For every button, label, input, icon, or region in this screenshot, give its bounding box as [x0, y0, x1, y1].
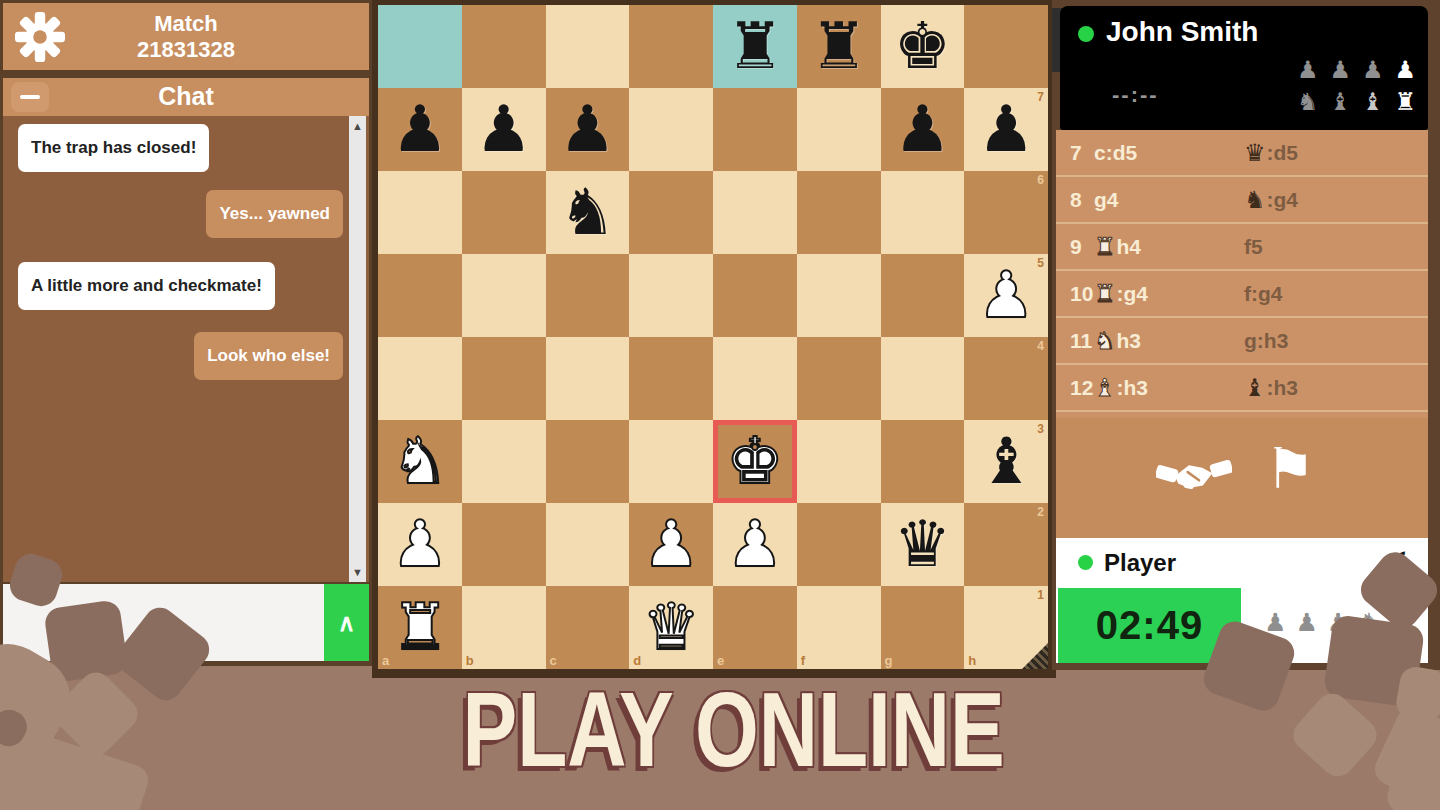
move-black: g:h3	[1244, 329, 1288, 353]
square-b8[interactable]	[462, 5, 546, 88]
move-piece-icon: ♞	[1244, 186, 1266, 214]
square-b5[interactable]	[462, 254, 546, 337]
opponent-captured-pieces-row1: ♟♟♟♟	[1297, 58, 1416, 82]
rank-label-6: 6	[1037, 173, 1044, 187]
piece-white-n[interactable]: ♞	[391, 420, 448, 503]
move-piece-icon: ♜	[1094, 233, 1116, 261]
move-piece-icon: ♝	[1244, 374, 1266, 402]
square-d4[interactable]	[629, 337, 713, 420]
move-number: 8	[1056, 188, 1094, 212]
square-b2[interactable]	[462, 503, 546, 586]
file-label-h: h	[968, 653, 976, 668]
move-black: ♛:d5	[1244, 139, 1298, 167]
square-e7[interactable]	[713, 88, 797, 171]
file-label-c: c	[550, 653, 557, 668]
square-h5[interactable]: ♟5	[964, 254, 1048, 337]
piece-white-p[interactable]: ♟	[642, 503, 699, 586]
piece-white-k[interactable]: ♚	[726, 420, 783, 503]
file-label-f: f	[801, 653, 805, 668]
captured-piece-icon: ♜	[1394, 90, 1416, 114]
piece-black-p[interactable]: ♟	[391, 88, 448, 171]
move-piece-icon: ♝	[1094, 374, 1116, 402]
square-h1[interactable]: 1h	[964, 586, 1048, 669]
square-a3[interactable]: ♞	[378, 420, 462, 503]
square-f1[interactable]: f	[797, 586, 881, 669]
rank-label-7: 7	[1037, 90, 1044, 104]
piece-black-k[interactable]: ♚	[894, 5, 951, 88]
square-d5[interactable]	[629, 254, 713, 337]
piece-black-p[interactable]: ♟	[475, 88, 532, 171]
move-white: ♞h3	[1094, 327, 1244, 355]
square-b7[interactable]: ♟	[462, 88, 546, 171]
piece-black-p[interactable]: ♟	[559, 88, 616, 171]
move-row-7[interactable]: 7c:d5♛:d5	[1056, 130, 1428, 177]
square-a5[interactable]	[378, 254, 462, 337]
square-h6[interactable]: 6	[964, 171, 1048, 254]
square-h7[interactable]: ♟7	[964, 88, 1048, 171]
piece-black-p[interactable]: ♟	[977, 88, 1034, 171]
piece-black-p[interactable]: ♟	[894, 88, 951, 171]
match-bar: Match 21831328	[3, 3, 369, 70]
move-black: f:g4	[1244, 282, 1283, 306]
square-d2[interactable]: ♟	[629, 503, 713, 586]
square-f2[interactable]	[797, 503, 881, 586]
chat-message: A little more and checkmate!	[18, 262, 275, 310]
player-online-dot	[1078, 555, 1093, 570]
rank-label-1: 1	[1037, 588, 1044, 602]
square-c3[interactable]	[546, 420, 630, 503]
square-a7[interactable]: ♟	[378, 88, 462, 171]
square-a2[interactable]: ♟	[378, 503, 462, 586]
chat-message: Look who else!	[194, 332, 343, 380]
player-name: Player	[1104, 549, 1176, 577]
piece-black-n[interactable]: ♞	[559, 171, 616, 254]
chat-message: The trap has closed!	[18, 124, 209, 172]
square-d1[interactable]: ♛d	[629, 586, 713, 669]
chat-message: Yes... yawned	[206, 190, 343, 238]
square-d8[interactable]	[629, 5, 713, 88]
file-label-d: d	[633, 653, 641, 668]
move-black: ♞:g4	[1244, 186, 1298, 214]
move-white: c:d5	[1094, 141, 1244, 165]
square-c2[interactable]	[546, 503, 630, 586]
draw-offer-handshake-icon[interactable]	[1156, 448, 1232, 500]
square-g4[interactable]	[881, 337, 965, 420]
opponent-online-dot	[1078, 26, 1094, 42]
move-white: ♜:g4	[1094, 280, 1244, 308]
piece-black-b[interactable]: ♝	[977, 420, 1034, 503]
square-f8[interactable]: ♜	[797, 5, 881, 88]
board-resize-handle[interactable]	[1022, 643, 1048, 669]
opponent-captured-pieces-row2: ♞♝♝♜	[1297, 90, 1416, 114]
move-number: 9	[1056, 235, 1094, 259]
square-h4[interactable]: 4	[964, 337, 1048, 420]
move-list: 7c:d5♛:d58g4♞:g49♜h4f510♜:g4f:g411♞h3g:h…	[1056, 130, 1428, 420]
square-g1[interactable]: g	[881, 586, 965, 669]
square-a4[interactable]	[378, 337, 462, 420]
square-e8[interactable]: ♜	[713, 5, 797, 88]
square-e1[interactable]: e	[713, 586, 797, 669]
piece-black-q[interactable]: ♛	[894, 503, 951, 586]
file-label-g: g	[885, 653, 893, 668]
captured-piece-icon: ♟	[1297, 58, 1319, 82]
square-e4[interactable]	[713, 337, 797, 420]
square-a1[interactable]: ♜a	[378, 586, 462, 669]
file-label-a: a	[382, 653, 389, 668]
move-black: ♝:h3	[1244, 374, 1298, 402]
opponent-name: John Smith	[1106, 16, 1258, 48]
move-white: ♝:h3	[1094, 374, 1244, 402]
move-number: 11	[1056, 329, 1094, 353]
captured-piece-icon: ♟	[1295, 608, 1317, 637]
square-g2[interactable]: ♛	[881, 503, 965, 586]
game-actions-bar: ⚑	[1056, 418, 1428, 538]
captured-piece-icon: ♟	[1362, 58, 1384, 82]
piece-white-p[interactable]: ♟	[726, 503, 783, 586]
square-g8[interactable]: ♚	[881, 5, 965, 88]
rank-label-4: 4	[1037, 339, 1044, 353]
captured-piece-icon: ♟	[1329, 58, 1351, 82]
opponent-card: John Smith --:-- ♟♟♟♟ ♞♝♝♜	[1060, 6, 1428, 130]
captured-piece-icon: ♟	[1394, 58, 1416, 82]
square-c6[interactable]: ♞	[546, 171, 630, 254]
square-f3[interactable]	[797, 420, 881, 503]
square-f5[interactable]	[797, 254, 881, 337]
player-clock: 02:49	[1096, 603, 1203, 648]
square-c5[interactable]	[546, 254, 630, 337]
move-piece-icon: ♜	[1094, 280, 1116, 308]
captured-piece-icon: ♝	[1362, 90, 1384, 114]
square-b3[interactable]	[462, 420, 546, 503]
chat-header: Chat	[3, 78, 369, 116]
move-row-12[interactable]: 12♝:h3♝:h3	[1056, 365, 1428, 412]
square-c1[interactable]: c	[546, 586, 630, 669]
chat-title: Chat	[3, 82, 369, 111]
square-e5[interactable]	[713, 254, 797, 337]
move-white: ♜h4	[1094, 233, 1244, 261]
piece-black-r[interactable]: ♜	[726, 5, 783, 88]
chat-scrollbar[interactable]: ▲ ▼	[349, 116, 366, 582]
file-label-b: b	[466, 653, 474, 668]
square-d3[interactable]	[629, 420, 713, 503]
piece-white-q[interactable]: ♛	[642, 586, 699, 669]
scroll-down-icon[interactable]: ▼	[349, 566, 366, 578]
opponent-clock: --:--	[1112, 82, 1159, 108]
square-g7[interactable]: ♟	[881, 88, 965, 171]
square-a6[interactable]	[378, 171, 462, 254]
move-piece-icon: ♞	[1094, 327, 1116, 355]
settings-gear-icon[interactable]	[15, 12, 65, 62]
square-c7[interactable]: ♟	[546, 88, 630, 171]
square-f4[interactable]	[797, 337, 881, 420]
move-white: g4	[1094, 188, 1244, 212]
captured-piece-icon: ♞	[1297, 90, 1319, 114]
file-label-e: e	[717, 653, 724, 668]
piece-black-r[interactable]: ♜	[810, 5, 867, 88]
square-e6[interactable]	[713, 171, 797, 254]
square-h3[interactable]: ♝3	[964, 420, 1048, 503]
square-h2[interactable]: 2	[964, 503, 1048, 586]
square-b4[interactable]	[462, 337, 546, 420]
square-g5[interactable]	[881, 254, 965, 337]
move-row-11[interactable]: 11♞h3g:h3	[1056, 318, 1428, 365]
chat-send-button[interactable]: ∧	[324, 584, 369, 661]
square-g3[interactable]	[881, 420, 965, 503]
rank-label-5: 5	[1037, 256, 1044, 270]
square-d6[interactable]	[629, 171, 713, 254]
move-row-8[interactable]: 8g4♞:g4	[1056, 177, 1428, 224]
square-f7[interactable]	[797, 88, 881, 171]
square-e3[interactable]: ♚	[713, 420, 797, 503]
square-a8[interactable]	[378, 5, 462, 88]
square-f6[interactable]	[797, 171, 881, 254]
piece-white-p[interactable]: ♟	[977, 254, 1034, 337]
move-number: 7	[1056, 141, 1094, 165]
chat-message-list: The trap has closed! Yes... yawned A lit…	[3, 116, 369, 582]
captured-piece-icon: ♝	[1329, 90, 1351, 114]
move-row-9[interactable]: 9♜h4f5	[1056, 224, 1428, 271]
move-row-10[interactable]: 10♜:g4f:g4	[1056, 271, 1428, 318]
square-c8[interactable]	[546, 5, 630, 88]
piece-white-p[interactable]: ♟	[391, 503, 448, 586]
rank-label-3: 3	[1037, 422, 1044, 436]
square-g6[interactable]	[881, 171, 965, 254]
square-b6[interactable]	[462, 171, 546, 254]
move-piece-icon: ♛	[1244, 139, 1266, 167]
chess-board: ♜♜♚♟♟♟♟♟7♞6♟54♞♚♝3♟♟♟♛2♜abc♛defg1h	[378, 5, 1048, 669]
square-c4[interactable]	[546, 337, 630, 420]
piece-white-r[interactable]: ♜	[391, 586, 448, 669]
square-h8[interactable]	[964, 5, 1048, 88]
rank-label-2: 2	[1037, 505, 1044, 519]
move-number: 12	[1056, 376, 1094, 400]
square-e2[interactable]: ♟	[713, 503, 797, 586]
banner-text: PLAY ONLINE	[463, 669, 1005, 791]
resign-flag-icon[interactable]: ⚑	[1260, 434, 1320, 504]
square-d7[interactable]	[629, 88, 713, 171]
scroll-up-icon[interactable]: ▲	[349, 120, 366, 132]
move-number: 10	[1056, 282, 1094, 306]
move-black: f5	[1244, 235, 1263, 259]
square-b1[interactable]: b	[462, 586, 546, 669]
